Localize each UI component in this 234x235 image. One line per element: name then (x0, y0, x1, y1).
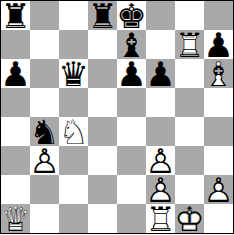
square-d7[interactable] (88, 30, 117, 59)
pawn-outline-glyph: ♙ (203, 173, 233, 207)
square-g1[interactable]: ♚♔ (175, 204, 204, 233)
square-g3[interactable] (175, 146, 204, 175)
square-d6[interactable] (88, 59, 117, 88)
queen-glyph: ♛ (58, 57, 88, 91)
chess-board: ♜♜♚♝♜♖♟♟♛♟♟♝♗♞♞♘♟♙♟♙♟♙♟♙♛♕♜♖♚♔ (0, 0, 234, 234)
pawn-outline-glyph: ♙ (29, 144, 59, 178)
knight-outline-glyph: ♘ (58, 115, 88, 149)
rook-outline-glyph: ♖ (174, 28, 204, 62)
square-d8[interactable]: ♜ (88, 1, 117, 30)
square-f8[interactable] (146, 1, 175, 30)
square-a1[interactable]: ♛♕ (1, 204, 30, 233)
square-b1[interactable] (30, 204, 59, 233)
square-a3[interactable] (1, 146, 30, 175)
rook-glyph: ♜ (0, 0, 30, 33)
piece-white-queen[interactable]: ♛♕ (0, 202, 30, 235)
rook-glyph: ♜ (87, 0, 117, 33)
pawn-glyph: ♟ (116, 57, 146, 91)
piece-black-queen[interactable]: ♛ (58, 57, 88, 91)
square-b3[interactable]: ♟♙ (30, 146, 59, 175)
bishop-outline-glyph: ♗ (203, 57, 233, 91)
piece-black-rook[interactable]: ♜ (87, 0, 117, 33)
square-c8[interactable] (59, 1, 88, 30)
square-f6[interactable]: ♟ (146, 59, 175, 88)
piece-white-rook[interactable]: ♜♖ (174, 28, 204, 62)
square-h6[interactable]: ♝♗ (204, 59, 233, 88)
square-e2[interactable] (117, 175, 146, 204)
square-d3[interactable] (88, 146, 117, 175)
piece-white-pawn[interactable]: ♟♙ (203, 173, 233, 207)
square-c1[interactable] (59, 204, 88, 233)
square-g6[interactable] (175, 59, 204, 88)
piece-black-rook[interactable]: ♜ (0, 0, 30, 33)
square-e1[interactable] (117, 204, 146, 233)
piece-white-pawn[interactable]: ♟♙ (29, 144, 59, 178)
piece-black-pawn[interactable]: ♟ (116, 57, 146, 91)
piece-white-rook[interactable]: ♜♖ (145, 202, 175, 235)
square-d4[interactable] (88, 117, 117, 146)
square-d1[interactable] (88, 204, 117, 233)
square-b7[interactable] (30, 30, 59, 59)
piece-white-knight[interactable]: ♞♘ (58, 115, 88, 149)
king-outline-glyph: ♔ (174, 202, 204, 235)
square-g4[interactable] (175, 117, 204, 146)
square-e5[interactable] (117, 88, 146, 117)
square-c6[interactable]: ♛ (59, 59, 88, 88)
pawn-glyph: ♟ (0, 57, 30, 91)
square-d2[interactable] (88, 175, 117, 204)
square-a8[interactable]: ♜ (1, 1, 30, 30)
square-f5[interactable] (146, 88, 175, 117)
square-b2[interactable] (30, 175, 59, 204)
square-c4[interactable]: ♞♘ (59, 117, 88, 146)
square-h4[interactable] (204, 117, 233, 146)
square-b8[interactable] (30, 1, 59, 30)
rook-outline-glyph: ♖ (145, 202, 175, 235)
square-f1[interactable]: ♜♖ (146, 204, 175, 233)
piece-black-pawn[interactable]: ♟ (0, 57, 30, 91)
square-a5[interactable] (1, 88, 30, 117)
square-a6[interactable]: ♟ (1, 59, 30, 88)
square-g7[interactable]: ♜♖ (175, 30, 204, 59)
piece-black-pawn[interactable]: ♟ (145, 57, 175, 91)
square-g5[interactable] (175, 88, 204, 117)
piece-white-bishop[interactable]: ♝♗ (203, 57, 233, 91)
square-h1[interactable] (204, 204, 233, 233)
square-e6[interactable]: ♟ (117, 59, 146, 88)
square-e4[interactable] (117, 117, 146, 146)
square-b6[interactable] (30, 59, 59, 88)
square-h5[interactable] (204, 88, 233, 117)
square-d5[interactable] (88, 88, 117, 117)
pawn-glyph: ♟ (145, 57, 175, 91)
piece-white-king[interactable]: ♚♔ (174, 202, 204, 235)
square-c2[interactable] (59, 175, 88, 204)
queen-outline-glyph: ♕ (0, 202, 30, 235)
square-e3[interactable] (117, 146, 146, 175)
square-h2[interactable]: ♟♙ (204, 175, 233, 204)
square-c3[interactable] (59, 146, 88, 175)
square-a4[interactable] (1, 117, 30, 146)
